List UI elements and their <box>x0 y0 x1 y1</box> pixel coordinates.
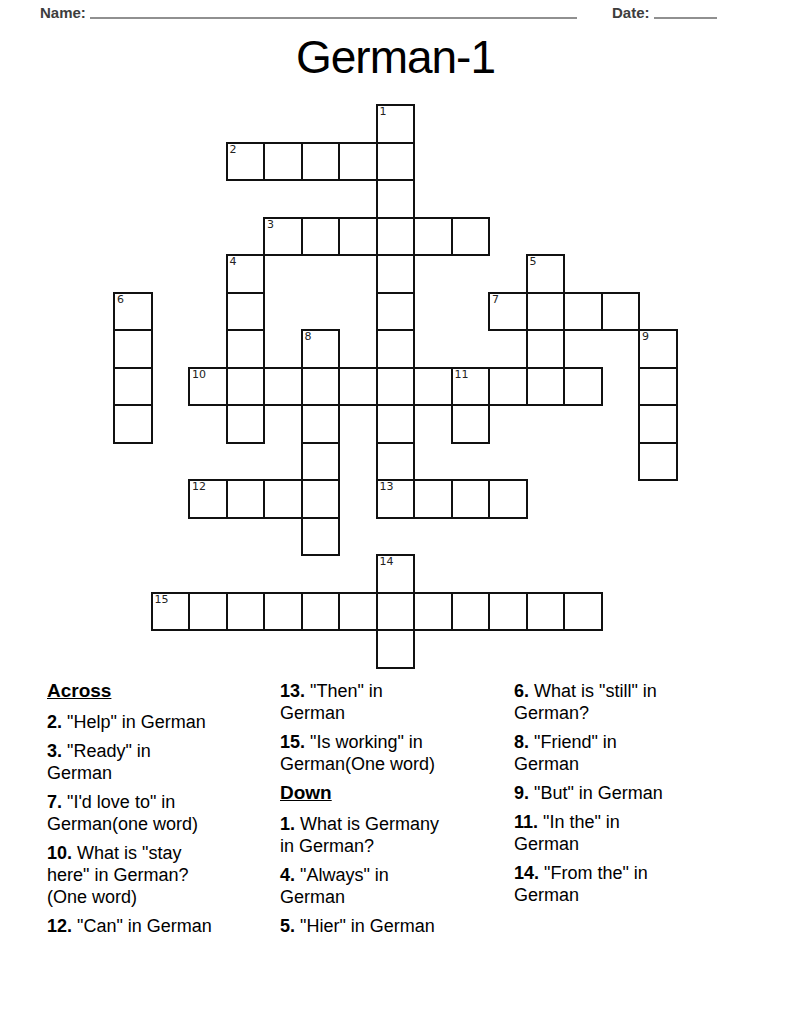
grid-cell[interactable] <box>301 592 341 632</box>
grid-cell[interactable] <box>601 292 641 332</box>
clue-number: 8. <box>514 732 529 752</box>
clue-number: 11. <box>514 812 538 832</box>
grid-cell[interactable] <box>526 367 566 407</box>
grid-cell[interactable]: 2 <box>226 142 266 182</box>
grid-cell[interactable] <box>413 592 453 632</box>
clue-number: 2. <box>47 712 62 732</box>
grid-cell[interactable]: 15 <box>151 592 191 632</box>
clue-item: 15. "Is working" in German(One word) <box>280 731 504 775</box>
clue-list-heading: Down <box>280 782 504 804</box>
clue-number: 6. <box>514 681 529 701</box>
clue-number: 7. <box>47 792 62 812</box>
grid-cell[interactable] <box>338 367 378 407</box>
grid-cell[interactable] <box>376 367 416 407</box>
grid-cell[interactable] <box>376 179 416 219</box>
clue-number: 3. <box>47 741 62 761</box>
cell-number: 14 <box>380 556 394 568</box>
grid-cell[interactable] <box>301 404 341 444</box>
grid-cell[interactable]: 6 <box>113 292 153 332</box>
grid-cell[interactable] <box>376 442 416 482</box>
cell-number: 9 <box>642 331 649 343</box>
grid-cell[interactable] <box>376 629 416 669</box>
grid-cell[interactable] <box>338 217 378 257</box>
cell-number: 4 <box>230 256 237 268</box>
cell-number: 3 <box>267 219 274 231</box>
grid-cell[interactable] <box>413 479 453 519</box>
clue-item: 10. What is "stay here" in German? (One … <box>47 842 271 908</box>
name-label: Name: <box>40 4 86 21</box>
grid-cell[interactable]: 10 <box>188 367 228 407</box>
grid-cell[interactable] <box>488 479 528 519</box>
clue-number: 13. <box>280 681 305 701</box>
clue-item: 11. "In the" in German <box>514 811 738 855</box>
grid-cell[interactable] <box>301 479 341 519</box>
clue-item: 12. "Can" in German <box>47 915 271 937</box>
grid-cell[interactable]: 5 <box>526 254 566 294</box>
clue-column-down: 6. What is "still" in German?8. "Friend"… <box>514 680 738 913</box>
clue-text: "Help" in German <box>62 712 206 732</box>
grid-cell[interactable] <box>413 367 453 407</box>
grid-cell[interactable] <box>638 404 678 444</box>
clue-item: 4. "Always" in German <box>280 864 504 908</box>
clue-number: 15. <box>280 732 305 752</box>
clue-number: 14. <box>514 863 539 883</box>
cell-number: 15 <box>155 594 169 606</box>
clue-number: 5. <box>280 916 295 936</box>
grid-cell[interactable]: 12 <box>188 479 228 519</box>
clue-number: 10. <box>47 843 72 863</box>
cell-number: 12 <box>192 481 206 493</box>
clue-column-across: Across2. "Help" in German3. "Ready" in G… <box>47 680 271 944</box>
grid-cell[interactable]: 1 <box>376 104 416 144</box>
clue-item: 13. "Then" in German <box>280 680 504 724</box>
grid-cell[interactable]: 7 <box>488 292 528 332</box>
grid-cell[interactable] <box>451 404 491 444</box>
grid-cell[interactable] <box>263 479 303 519</box>
grid-cell[interactable] <box>226 292 266 332</box>
grid-cell[interactable]: 9 <box>638 329 678 369</box>
grid-cell[interactable] <box>338 592 378 632</box>
cell-number: 11 <box>455 369 469 381</box>
clue-list-heading: Across <box>47 680 271 702</box>
clue-text: "Always" in German <box>280 865 389 907</box>
grid-cell[interactable] <box>226 404 266 444</box>
grid-cell[interactable] <box>451 217 491 257</box>
grid-cell[interactable] <box>376 142 416 182</box>
grid-cell[interactable] <box>263 592 303 632</box>
cell-number: 7 <box>492 294 499 306</box>
grid-cell[interactable] <box>563 592 603 632</box>
cell-number: 8 <box>305 331 312 343</box>
grid-cell[interactable] <box>338 142 378 182</box>
grid-cell[interactable] <box>526 592 566 632</box>
clue-text: What is Germany in German? <box>280 814 439 856</box>
cell-number: 6 <box>117 294 124 306</box>
grid-cell[interactable] <box>226 367 266 407</box>
date-label: Date: <box>612 4 650 21</box>
clue-number: 12. <box>47 916 72 936</box>
grid-cell[interactable]: 3 <box>263 217 303 257</box>
clue-item: 14. "From the" in German <box>514 862 738 906</box>
grid-cell[interactable] <box>301 517 341 557</box>
clue-number: 1. <box>280 814 295 834</box>
grid-cell[interactable]: 4 <box>226 254 266 294</box>
cell-number: 5 <box>530 256 537 268</box>
clue-item: 9. "But" in German <box>514 782 738 804</box>
clue-item: 2. "Help" in German <box>47 711 271 733</box>
clue-column-middle: 13. "Then" in German15. "Is working" in … <box>280 680 504 944</box>
clue-text: "But" in German <box>529 783 663 803</box>
worksheet-page: Name: Date: German-1 1234567891011121314… <box>0 0 791 1024</box>
grid-cell[interactable] <box>451 479 491 519</box>
grid-cell[interactable] <box>226 479 266 519</box>
grid-cell[interactable] <box>226 329 266 369</box>
grid-cell[interactable]: 8 <box>301 329 341 369</box>
grid-cell[interactable] <box>301 217 341 257</box>
clue-item: 8. "Friend" in German <box>514 731 738 775</box>
clue-item: 3. "Ready" in German <box>47 740 271 784</box>
grid-cell[interactable]: 14 <box>376 554 416 594</box>
clue-item: 5. "Hier" in German <box>280 915 504 937</box>
grid-cell[interactable] <box>113 404 153 444</box>
name-blank-line <box>90 17 577 19</box>
grid-cell[interactable] <box>563 292 603 332</box>
grid-cell[interactable] <box>376 592 416 632</box>
cell-number: 2 <box>230 144 237 156</box>
grid-cell[interactable]: 13 <box>376 479 416 519</box>
grid-cell[interactable] <box>376 329 416 369</box>
grid-cell[interactable] <box>376 254 416 294</box>
clue-text: "Ready" in German <box>47 741 151 783</box>
grid-cell[interactable] <box>563 367 603 407</box>
grid-cell[interactable] <box>376 292 416 332</box>
grid-cell[interactable] <box>113 329 153 369</box>
grid-cell[interactable] <box>526 292 566 332</box>
grid-cell[interactable] <box>376 217 416 257</box>
grid-cell[interactable] <box>526 329 566 369</box>
grid-cell[interactable] <box>451 592 491 632</box>
grid-cell[interactable]: 11 <box>451 367 491 407</box>
grid-cell[interactable] <box>376 404 416 444</box>
clue-text: "Friend" in German <box>514 732 617 774</box>
grid-cell[interactable] <box>226 592 266 632</box>
clue-item: 6. What is "still" in German? <box>514 680 738 724</box>
cell-number: 10 <box>192 369 206 381</box>
clue-text: What is "still" in German? <box>514 681 657 723</box>
clue-item: 1. What is Germany in German? <box>280 813 504 857</box>
grid-cell[interactable] <box>113 367 153 407</box>
clue-number: 4. <box>280 865 295 885</box>
clue-item: 7. "I'd love to" in German(one word) <box>47 791 271 835</box>
puzzle-title: German-1 <box>0 30 791 84</box>
grid-cell[interactable] <box>488 592 528 632</box>
clue-text: "Hier" in German <box>295 916 435 936</box>
grid-cell[interactable] <box>638 367 678 407</box>
grid-cell[interactable] <box>301 442 341 482</box>
grid-cell[interactable] <box>263 142 303 182</box>
date-blank-line <box>654 17 717 19</box>
grid-cell[interactable] <box>263 367 303 407</box>
clue-text: "Can" in German <box>72 916 212 936</box>
clue-text: "I'd love to" in German(one word) <box>47 792 198 834</box>
grid-cell[interactable] <box>488 367 528 407</box>
clue-number: 9. <box>514 783 529 803</box>
grid-cell[interactable] <box>188 592 228 632</box>
grid-cell[interactable] <box>413 217 453 257</box>
cell-number: 1 <box>380 106 387 118</box>
cell-number: 13 <box>380 481 394 493</box>
grid-cell[interactable] <box>301 142 341 182</box>
grid-cell[interactable] <box>301 367 341 407</box>
grid-cell[interactable] <box>638 442 678 482</box>
